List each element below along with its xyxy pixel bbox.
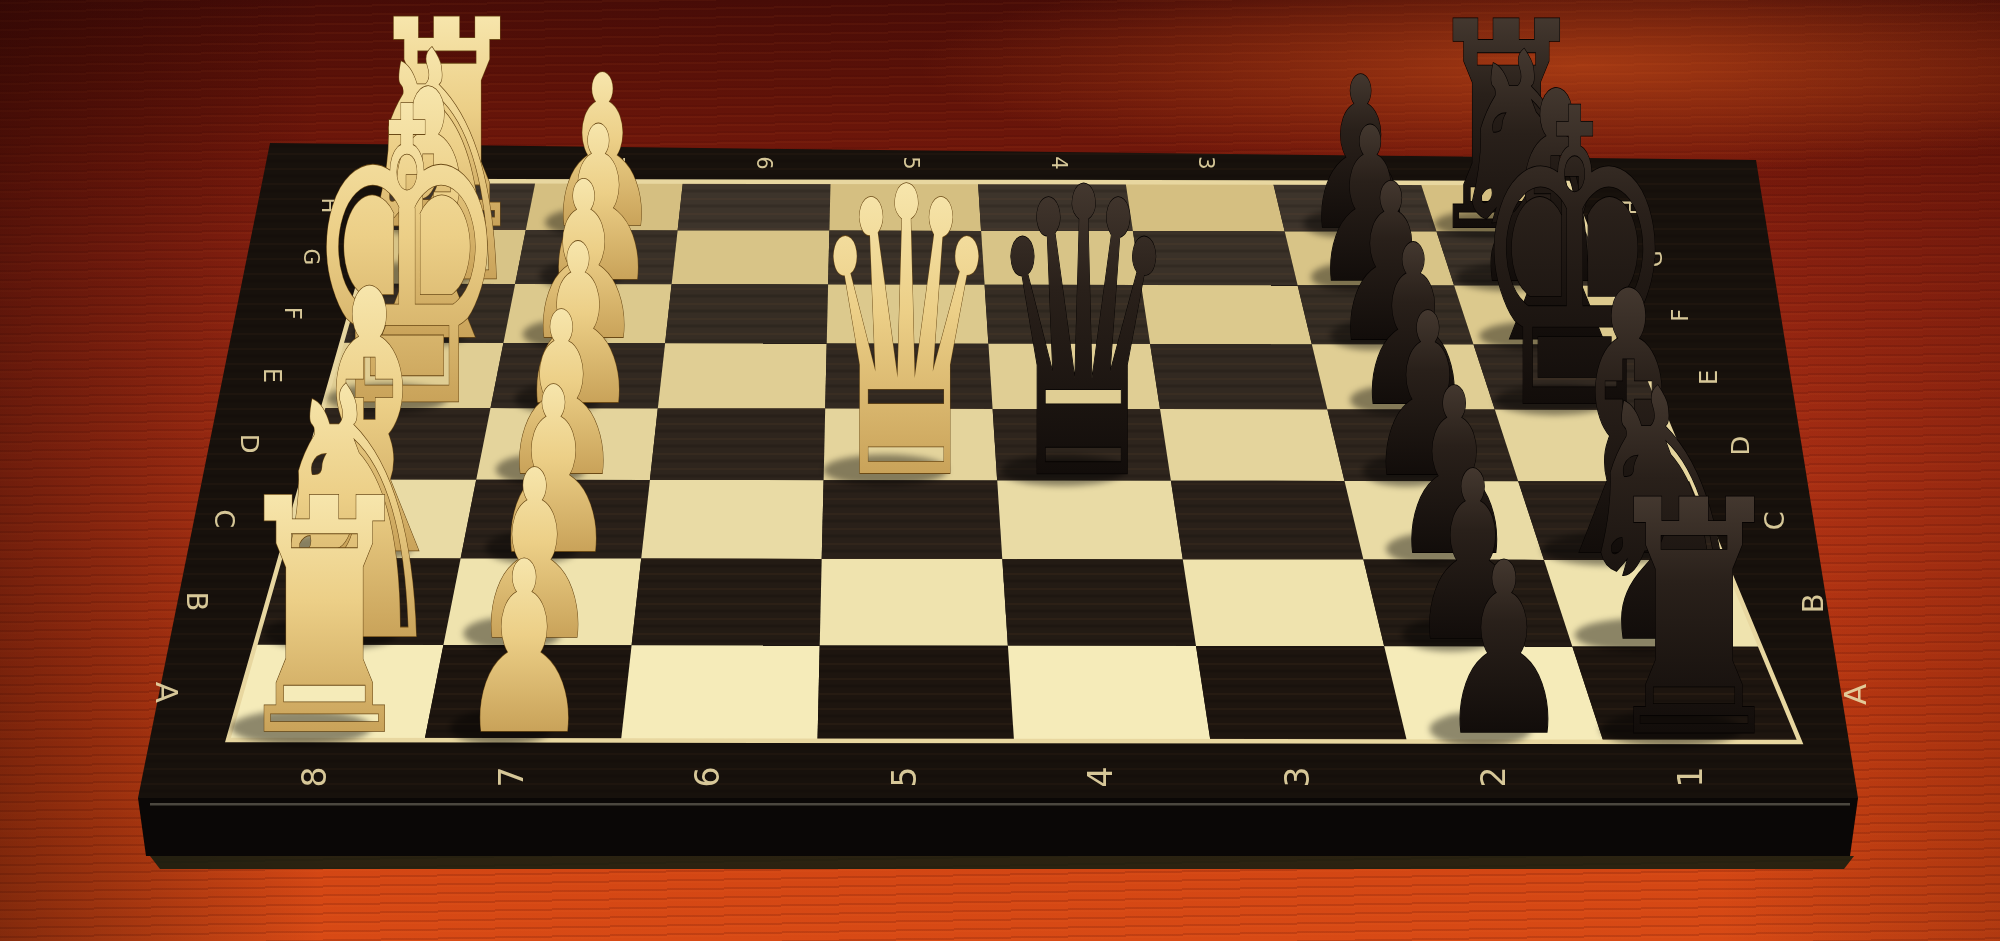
rank-label-bottom-6: 6 (688, 767, 727, 788)
table-surface: HGFEDCBAHGFEDCBA8765432187654321♜♟♟♜♞♟♟♞… (0, 0, 2000, 941)
file-label-left-B: B (180, 591, 214, 611)
file-label-right-A: A (1837, 684, 1873, 705)
board-shadow (150, 856, 1854, 869)
piece-white-rook-a8: ♜ (229, 431, 420, 808)
rank-label-bottom-4: 4 (1081, 767, 1120, 788)
rank-label-top-3: 3 (1194, 156, 1218, 169)
square-a6 (621, 645, 820, 741)
square-a4 (1008, 646, 1211, 742)
rank-label-bottom-5: 5 (885, 767, 924, 788)
piece-white-queen-d5: ♛ (810, 105, 1002, 567)
piece-white-pawn-a7: ♟ (458, 511, 590, 786)
file-label-right-B: B (1796, 593, 1830, 613)
piece-black-queen-d4: ♛ (987, 105, 1179, 567)
square-c6 (641, 480, 823, 559)
file-label-left-A: A (149, 682, 185, 703)
square-d3 (1160, 409, 1345, 481)
square-e6 (658, 343, 827, 408)
piece-black-rook-a1: ♜ (1598, 432, 1789, 809)
square-b5 (820, 559, 1008, 646)
rank-label-bottom-3: 3 (1278, 767, 1317, 788)
square-b3 (1183, 559, 1384, 646)
rank-label-top-6: 6 (752, 156, 776, 169)
square-g6 (672, 230, 830, 284)
piece-black-pawn-a2: ♟ (1438, 512, 1570, 787)
chess-board: HGFEDCBAHGFEDCBA8765432187654321♜♟♟♜♞♟♟♞… (0, 0, 2000, 941)
